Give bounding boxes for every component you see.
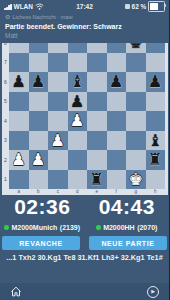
rank-label-4: 4 xyxy=(2,111,9,131)
square-b7[interactable] xyxy=(29,53,49,73)
action-buttons: REVANCHE NEUE PARTIE xyxy=(0,236,169,250)
square-d4[interactable]: ♟ xyxy=(68,111,88,131)
notification-source: Lichess Nachricht · mate xyxy=(12,14,73,20)
square-b5[interactable] xyxy=(29,92,49,112)
piece-black-pawn: ♟ xyxy=(9,72,29,92)
square-f4[interactable] xyxy=(107,111,127,131)
square-h4[interactable] xyxy=(146,111,166,131)
status-bar: WLAN 17:42 62 % xyxy=(0,0,169,13)
square-a2[interactable]: ♟ xyxy=(9,150,29,170)
square-h1[interactable] xyxy=(146,170,166,190)
notification-banner[interactable]: ⚙ Lichess Nachricht · mate Partie beende… xyxy=(0,13,169,45)
piece-black-pawn: ♟ xyxy=(146,72,166,92)
square-b3[interactable] xyxy=(29,131,49,151)
online-status-icon xyxy=(4,225,9,230)
piece-white-pawn: ♟ xyxy=(68,111,88,131)
square-d5[interactable]: ♟ xyxy=(68,92,88,112)
square-e8[interactable] xyxy=(87,43,107,53)
square-g8[interactable]: ♚ xyxy=(126,43,146,53)
battery-percent: 62 % xyxy=(132,3,147,10)
square-h7[interactable] xyxy=(146,53,166,73)
online-status-icon xyxy=(96,225,101,230)
piece-black-pawn: ♟ xyxy=(107,72,127,92)
square-f6[interactable]: ♟ xyxy=(107,72,127,92)
notification-title: Partie beendet. Gewinner: Schwarz xyxy=(5,23,164,30)
square-f2[interactable] xyxy=(107,150,127,170)
piece-black-bishop: ♝ xyxy=(146,131,166,151)
gear-icon: ⚙ xyxy=(5,14,10,20)
piece-black-pawn: ♟ xyxy=(29,72,49,92)
piece-black-rook: ♜ xyxy=(87,170,107,190)
home-icon[interactable] xyxy=(10,286,22,297)
square-c2[interactable] xyxy=(48,150,68,170)
battery-saver-icon xyxy=(125,4,130,9)
piece-black-pawn: ♟ xyxy=(68,92,88,112)
square-f3[interactable] xyxy=(107,131,127,151)
square-d2[interactable] xyxy=(68,150,88,170)
square-h5[interactable] xyxy=(146,92,166,112)
square-c3[interactable]: ♟ xyxy=(48,131,68,151)
square-a5[interactable] xyxy=(9,92,29,112)
square-b6[interactable]: ♟ xyxy=(29,72,49,92)
board-border-right xyxy=(165,43,168,189)
rank-label-3: 3 xyxy=(2,131,9,151)
play-circle-icon[interactable]: ▶ xyxy=(147,286,159,298)
square-b4[interactable] xyxy=(29,111,49,131)
square-g1[interactable]: ♚ xyxy=(126,170,146,190)
square-a8[interactable] xyxy=(9,43,29,53)
right-player-rating: (2070) xyxy=(137,224,157,231)
square-g4[interactable] xyxy=(126,111,146,131)
chess-board: 87654321 ♚♟♟♝♟♟♟♟♟♝♟♟♜♜♚ abcdefgh xyxy=(2,43,168,195)
right-player-clock: 04:43 xyxy=(85,195,170,221)
new-game-button[interactable]: NEUE PARTIE xyxy=(89,236,167,250)
left-player-rating: (2139) xyxy=(60,224,80,231)
square-h6[interactable]: ♟ xyxy=(146,72,166,92)
rank-label-8: 8 xyxy=(2,43,9,53)
rank-label-1: 1 xyxy=(2,170,9,190)
piece-white-king: ♚ xyxy=(126,170,146,190)
square-f5[interactable] xyxy=(107,92,127,112)
players-row: M2000Munich (2139) M2000HH (2070) xyxy=(0,222,169,233)
square-g5[interactable] xyxy=(126,92,146,112)
square-h3[interactable]: ♝ xyxy=(146,131,166,151)
rank-labels: 87654321 xyxy=(2,43,9,189)
square-g7[interactable] xyxy=(126,53,146,73)
square-e6[interactable] xyxy=(87,72,107,92)
piece-white-pawn: ♟ xyxy=(9,150,29,170)
rematch-button[interactable]: REVANCHE xyxy=(2,236,80,250)
square-b8[interactable] xyxy=(29,43,49,53)
cell-signal-icon xyxy=(4,4,12,10)
rank-label-7: 7 xyxy=(2,53,9,73)
left-player: M2000Munich (2139) xyxy=(0,222,85,233)
wifi-icon xyxy=(35,3,44,10)
battery-icon xyxy=(148,1,165,11)
square-d6[interactable]: ♝ xyxy=(68,72,88,92)
square-a6[interactable]: ♟ xyxy=(9,72,29,92)
right-player: M2000HH (2070) xyxy=(85,222,170,233)
piece-white-pawn: ♟ xyxy=(29,150,49,170)
rank-label-2: 2 xyxy=(2,150,9,170)
piece-white-pawn: ♟ xyxy=(48,131,68,151)
clock-time: 17:42 xyxy=(76,3,93,10)
square-d1[interactable] xyxy=(68,170,88,190)
right-player-name: M2000HH xyxy=(103,224,135,231)
square-h2[interactable]: ♜ xyxy=(146,150,166,170)
square-f7[interactable] xyxy=(107,53,127,73)
left-player-name: M2000Munich xyxy=(11,224,57,231)
square-d8[interactable] xyxy=(68,43,88,53)
square-c7[interactable] xyxy=(48,53,68,73)
square-b2[interactable]: ♟ xyxy=(29,150,49,170)
square-a1[interactable] xyxy=(9,170,29,190)
square-e1[interactable]: ♜ xyxy=(87,170,107,190)
square-d7[interactable] xyxy=(68,53,88,73)
square-e2[interactable] xyxy=(87,150,107,170)
board-grid: ♚♟♟♝♟♟♟♟♟♝♟♟♜♜♚ xyxy=(9,43,165,189)
square-c8[interactable] xyxy=(48,43,68,53)
move-list[interactable]: ...1 Txh2 30.Kg1 Te8 31.Kf1 Lh3+ 32.Kg1 … xyxy=(0,253,169,262)
square-g6[interactable] xyxy=(126,72,146,92)
square-d3[interactable] xyxy=(68,131,88,151)
piece-black-bishop: ♝ xyxy=(68,72,88,92)
rank-label-5: 5 xyxy=(2,92,9,112)
square-g3[interactable] xyxy=(126,131,146,151)
square-f8[interactable] xyxy=(107,43,127,53)
square-a7[interactable] xyxy=(9,53,29,73)
notification-body: Matt xyxy=(5,32,164,39)
left-player-clock: 02:36 xyxy=(0,195,85,221)
square-e3[interactable] xyxy=(87,131,107,151)
square-h8[interactable] xyxy=(146,43,166,53)
square-a3[interactable] xyxy=(9,131,29,151)
square-g2[interactable] xyxy=(126,150,146,170)
square-f1[interactable] xyxy=(107,170,127,190)
square-e5[interactable] xyxy=(87,92,107,112)
square-c1[interactable] xyxy=(48,170,68,190)
carrier-label: WLAN xyxy=(14,3,34,10)
square-a4[interactable] xyxy=(9,111,29,131)
piece-black-rook: ♜ xyxy=(146,150,166,170)
bottom-nav: ▶ xyxy=(0,283,169,300)
clocks-row: 02:36 04:43 xyxy=(0,195,169,221)
square-c4[interactable] xyxy=(48,111,68,131)
square-b1[interactable] xyxy=(29,170,49,190)
piece-black-king: ♚ xyxy=(126,43,146,53)
phone-screen: WLAN 17:42 62 % ⚙ Lichess Nachricht · ma… xyxy=(0,0,169,300)
square-c6[interactable] xyxy=(48,72,68,92)
rank-label-6: 6 xyxy=(2,72,9,92)
square-e7[interactable] xyxy=(87,53,107,73)
square-e4[interactable] xyxy=(87,111,107,131)
square-c5[interactable] xyxy=(48,92,68,112)
